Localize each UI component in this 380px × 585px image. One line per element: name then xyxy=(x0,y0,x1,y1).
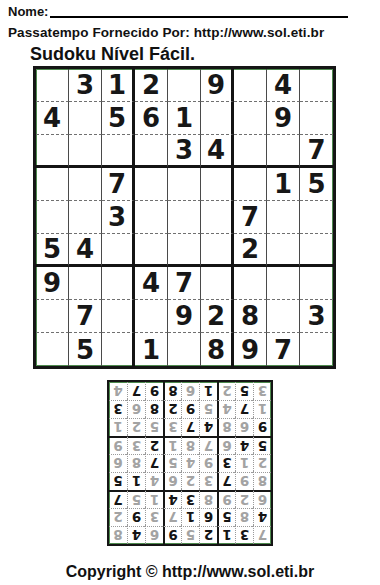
puzzle-cell-r5c9[interactable] xyxy=(300,201,333,234)
solution-cell-r3c2: 2 xyxy=(235,490,253,508)
solution-cell-r7c2: 6 xyxy=(235,418,253,436)
puzzle-cell-r7c9[interactable] xyxy=(300,267,333,300)
solution-cell-r4c5: 2 xyxy=(181,472,199,490)
solution-cell-r9c2: 5 xyxy=(235,382,253,400)
solution-cell-r7c9: 1 xyxy=(109,418,127,436)
solution-cell-r3c1: 6 xyxy=(253,490,271,508)
solution-cell-r7c5: 7 xyxy=(181,418,199,436)
solution-cell-r5c3: 3 xyxy=(217,454,235,472)
puzzle-cell-r6c1: 5 xyxy=(36,234,69,267)
solution-cell-r2c7: 3 xyxy=(145,508,163,526)
solution-cell-r3c7: 1 xyxy=(145,490,163,508)
solution-cell-r6c7: 2 xyxy=(145,436,163,454)
puzzle-cell-r1c4: 2 xyxy=(135,69,168,102)
solution-cell-r4c7: 4 xyxy=(145,472,163,490)
page-title: Sudoku Nível Fácil. xyxy=(30,44,380,64)
puzzle-cell-r7c4: 4 xyxy=(135,267,168,300)
puzzle-cell-r9c8: 7 xyxy=(267,333,300,366)
puzzle-cell-r4c7[interactable] xyxy=(234,168,267,201)
solution-cell-r8c3: 4 xyxy=(217,400,235,418)
solution-cell-r2c1: 4 xyxy=(253,508,271,526)
solution-cell-r8c5: 9 xyxy=(181,400,199,418)
puzzle-cell-r6c6[interactable] xyxy=(201,234,234,267)
puzzle-cell-r6c4[interactable] xyxy=(135,234,168,267)
copyright: Copyright © http://www.sol.eti.br xyxy=(0,562,380,581)
solution-cell-r9c4: 1 xyxy=(199,382,217,400)
puzzle-cell-r8c6: 2 xyxy=(201,300,234,333)
puzzle-cell-r9c7: 9 xyxy=(234,333,267,366)
solution-cell-r5c4: 9 xyxy=(199,454,217,472)
puzzle-cell-r8c2: 7 xyxy=(69,300,102,333)
puzzle-cell-r4c4[interactable] xyxy=(135,168,168,201)
solution-cell-r6c1: 5 xyxy=(253,436,271,454)
puzzle-cell-r5c1[interactable] xyxy=(36,201,69,234)
puzzle-cell-r5c4[interactable] xyxy=(135,201,168,234)
puzzle-cell-r9c9[interactable] xyxy=(300,333,333,366)
solution-cell-r3c6: 4 xyxy=(163,490,181,508)
puzzle-cell-r1c5[interactable] xyxy=(168,69,201,102)
puzzle-cell-r6c3[interactable] xyxy=(102,234,135,267)
solution-cell-r8c1: 1 xyxy=(253,400,271,418)
puzzle-cell-r1c6: 9 xyxy=(201,69,234,102)
puzzle-cell-r2c4: 6 xyxy=(135,102,168,135)
solution-cell-r9c7: 9 xyxy=(145,382,163,400)
solution-cell-r1c2: 3 xyxy=(235,526,253,544)
solution-cell-r8c9: 3 xyxy=(109,400,127,418)
puzzle-cell-r2c1: 4 xyxy=(36,102,69,135)
puzzle-cell-r9c1[interactable] xyxy=(36,333,69,366)
puzzle-cell-r6c9[interactable] xyxy=(300,234,333,267)
puzzle-cell-r6c5[interactable] xyxy=(168,234,201,267)
solution-grid: 7312596484856173926298341578973264152139… xyxy=(107,380,273,546)
puzzle-cell-r4c1[interactable] xyxy=(36,168,69,201)
solution-cell-r4c8: 1 xyxy=(127,472,145,490)
solution-cell-r8c4: 5 xyxy=(199,400,217,418)
solution-cell-r7c1: 9 xyxy=(253,418,271,436)
puzzle-cell-r1c9[interactable] xyxy=(300,69,333,102)
solution-cell-r2c5: 1 xyxy=(181,508,199,526)
solution-cell-r5c7: 7 xyxy=(145,454,163,472)
name-row: Nome: xyxy=(8,4,348,19)
puzzle-cell-r4c6[interactable] xyxy=(201,168,234,201)
puzzle-cell-r8c7: 8 xyxy=(234,300,267,333)
solution-cell-r9c6: 8 xyxy=(163,382,181,400)
solution-cell-r7c8: 2 xyxy=(127,418,145,436)
puzzle-cell-r3c6: 4 xyxy=(201,135,234,168)
puzzle-cell-r1c7[interactable] xyxy=(234,69,267,102)
puzzle-cell-r5c5[interactable] xyxy=(168,201,201,234)
page: Nome: Passatempo Fornecido Por: http://w… xyxy=(0,4,380,585)
solution-cell-r5c2: 1 xyxy=(235,454,253,472)
puzzle-cell-r9c2: 5 xyxy=(69,333,102,366)
solution-cell-r1c6: 9 xyxy=(163,526,181,544)
puzzle-cell-r3c1[interactable] xyxy=(36,135,69,168)
puzzle-cell-r9c3[interactable] xyxy=(102,333,135,366)
puzzle-cell-r7c7[interactable] xyxy=(234,267,267,300)
puzzle-cell-r9c6: 8 xyxy=(201,333,234,366)
puzzle-cell-r1c3: 1 xyxy=(102,69,135,102)
solution-cell-r5c9: 6 xyxy=(109,454,127,472)
solution-cell-r7c3: 8 xyxy=(217,418,235,436)
solution-cell-r3c3: 9 xyxy=(217,490,235,508)
solution-cell-r4c9: 5 xyxy=(109,472,127,490)
solution-cell-r2c8: 9 xyxy=(127,508,145,526)
solution-cell-r5c6: 5 xyxy=(163,454,181,472)
puzzle-cell-r4c9: 5 xyxy=(300,168,333,201)
solution-cell-r1c8: 4 xyxy=(127,526,145,544)
solution-cell-r7c4: 4 xyxy=(199,418,217,436)
puzzle-cell-r8c8[interactable] xyxy=(267,300,300,333)
solution-cell-r6c5: 8 xyxy=(181,436,199,454)
solution-cell-r5c5: 4 xyxy=(181,454,199,472)
solution-cell-r2c9: 2 xyxy=(109,508,127,526)
puzzle-cell-r7c3[interactable] xyxy=(102,267,135,300)
puzzle-cell-r1c8: 4 xyxy=(267,69,300,102)
puzzle-cell-r3c5: 3 xyxy=(168,135,201,168)
puzzle-cell-r2c5: 1 xyxy=(168,102,201,135)
puzzle-cell-r7c5: 7 xyxy=(168,267,201,300)
solution-cell-r2c2: 8 xyxy=(235,508,253,526)
solution-cell-r9c9: 4 xyxy=(109,382,127,400)
puzzle-cell-r5c2[interactable] xyxy=(69,201,102,234)
puzzle-cell-r2c9[interactable] xyxy=(300,102,333,135)
name-label: Nome: xyxy=(8,4,48,19)
puzzle-cell-r6c7: 2 xyxy=(234,234,267,267)
puzzle-cell-r8c4[interactable] xyxy=(135,300,168,333)
puzzle-cell-r9c5[interactable] xyxy=(168,333,201,366)
puzzle-cell-r5c3: 3 xyxy=(102,201,135,234)
puzzle-cell-r2c3: 5 xyxy=(102,102,135,135)
solution-cell-r5c1: 2 xyxy=(253,454,271,472)
puzzle-cell-r6c2: 4 xyxy=(69,234,102,267)
solution-cell-r4c1: 8 xyxy=(253,472,271,490)
puzzle-cell-r2c6[interactable] xyxy=(201,102,234,135)
puzzle-cell-r4c5[interactable] xyxy=(168,168,201,201)
puzzle-cell-r8c5: 9 xyxy=(168,300,201,333)
puzzle-cell-r7c6[interactable] xyxy=(201,267,234,300)
solution-cell-r6c9: 9 xyxy=(109,436,127,454)
puzzle-cell-r2c8: 9 xyxy=(267,102,300,135)
puzzle-cell-r8c9: 3 xyxy=(300,300,333,333)
solution-cell-r6c4: 7 xyxy=(199,436,217,454)
provider-line: Passatempo Fornecido Por: http://www.sol… xyxy=(8,25,372,40)
solution-cell-r8c8: 6 xyxy=(127,400,145,418)
puzzle-cell-r7c1: 9 xyxy=(36,267,69,300)
puzzle-cell-r3c7[interactable] xyxy=(234,135,267,168)
puzzle-cell-r9c4: 1 xyxy=(135,333,168,366)
puzzle-cell-r4c3: 7 xyxy=(102,168,135,201)
puzzle-cell-r5c8[interactable] xyxy=(267,201,300,234)
solution-cell-r1c5: 5 xyxy=(181,526,199,544)
puzzle-cell-r4c2[interactable] xyxy=(69,168,102,201)
solution-cell-r4c2: 9 xyxy=(235,472,253,490)
puzzle-cell-r3c3[interactable] xyxy=(102,135,135,168)
solution-cell-r1c1: 7 xyxy=(253,526,271,544)
solution-cell-r6c6: 1 xyxy=(163,436,181,454)
solution-cell-r2c4: 6 xyxy=(199,508,217,526)
solution-cell-r7c6: 3 xyxy=(163,418,181,436)
puzzle-cell-r2c7[interactable] xyxy=(234,102,267,135)
puzzle-cell-r5c6[interactable] xyxy=(201,201,234,234)
puzzle-cell-r5c7: 7 xyxy=(234,201,267,234)
solution-cell-r9c5: 6 xyxy=(181,382,199,400)
solution-cell-r3c9: 7 xyxy=(109,490,127,508)
puzzle-cell-r6c8[interactable] xyxy=(267,234,300,267)
solution-cell-r9c3: 2 xyxy=(217,382,235,400)
puzzle-cell-r4c8: 1 xyxy=(267,168,300,201)
solution-cell-r2c6: 7 xyxy=(163,508,181,526)
solution-cell-r1c4: 2 xyxy=(199,526,217,544)
puzzle-cell-r7c8[interactable] xyxy=(267,267,300,300)
puzzle-cell-r2c2[interactable] xyxy=(69,102,102,135)
puzzle-cell-r3c9: 7 xyxy=(300,135,333,168)
puzzle-grid: 3129445619347715375429477928351897 xyxy=(33,66,336,369)
puzzle-cell-r1c1[interactable] xyxy=(36,69,69,102)
solution-cell-r9c1: 3 xyxy=(253,382,271,400)
solution-cell-r1c7: 6 xyxy=(145,526,163,544)
solution-cell-r6c8: 3 xyxy=(127,436,145,454)
solution-cell-r8c2: 7 xyxy=(235,400,253,418)
solution-cell-r2c3: 5 xyxy=(217,508,235,526)
name-underline xyxy=(50,16,348,18)
solution-cell-r3c4: 8 xyxy=(199,490,217,508)
puzzle-cell-r8c3[interactable] xyxy=(102,300,135,333)
puzzle-cell-r3c8[interactable] xyxy=(267,135,300,168)
solution-cell-r1c3: 1 xyxy=(217,526,235,544)
puzzle-cell-r3c4[interactable] xyxy=(135,135,168,168)
solution-cell-r8c6: 2 xyxy=(163,400,181,418)
solution-cell-r8c7: 8 xyxy=(145,400,163,418)
puzzle-cell-r8c1[interactable] xyxy=(36,300,69,333)
solution-cell-r7c7: 5 xyxy=(145,418,163,436)
solution-cell-r6c2: 4 xyxy=(235,436,253,454)
solution-cell-r1c9: 8 xyxy=(109,526,127,544)
solution-cell-r9c8: 7 xyxy=(127,382,145,400)
solution-cell-r4c6: 6 xyxy=(163,472,181,490)
solution-cell-r5c8: 8 xyxy=(127,454,145,472)
solution-cell-r4c3: 7 xyxy=(217,472,235,490)
solution-cell-r6c3: 6 xyxy=(217,436,235,454)
puzzle-cell-r1c2: 3 xyxy=(69,69,102,102)
puzzle-cell-r3c2[interactable] xyxy=(69,135,102,168)
solution-cell-r3c8: 5 xyxy=(127,490,145,508)
solution-cell-r4c4: 3 xyxy=(199,472,217,490)
solution-cell-r3c5: 3 xyxy=(181,490,199,508)
puzzle-cell-r7c2[interactable] xyxy=(69,267,102,300)
